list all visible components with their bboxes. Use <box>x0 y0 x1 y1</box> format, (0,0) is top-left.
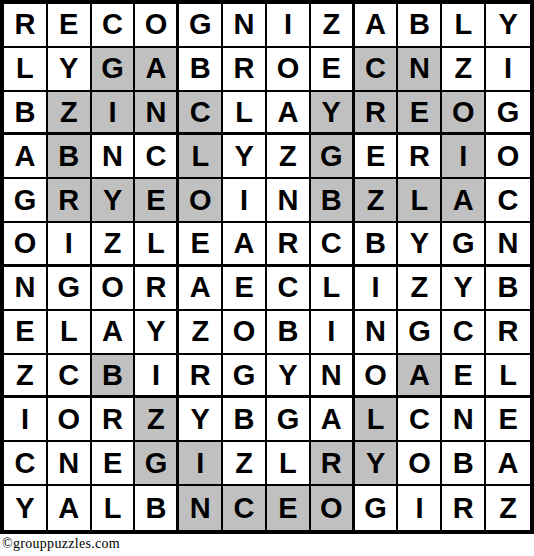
puzzle-page: RECOGNIZABLYLYGABROECNZIBZINCLAYREOGABNC… <box>0 0 534 556</box>
grid-cell: I <box>486 48 530 92</box>
grid-cell: N <box>135 92 179 136</box>
grid-cell: Y <box>355 442 399 486</box>
grid-cell: A <box>486 442 530 486</box>
grid-cell: A <box>223 223 267 267</box>
grid-cell: L <box>486 355 530 399</box>
grid-cell: A <box>48 486 92 530</box>
grid-cell: E <box>179 223 223 267</box>
grid-cell: Z <box>92 223 136 267</box>
grid-cell: Z <box>135 398 179 442</box>
grid-cell: G <box>135 442 179 486</box>
grid-cell: G <box>223 355 267 399</box>
grid-cell: C <box>267 267 311 311</box>
grid-cell: O <box>398 442 442 486</box>
grid-cell: O <box>442 92 486 136</box>
grid-cell: Z <box>355 179 399 223</box>
grid-cell: N <box>442 398 486 442</box>
puzzle-grid: RECOGNIZABLYLYGABROECNZIBZINCLAYREOGABNC… <box>0 0 534 534</box>
copyright: ©grouppuzzles.com <box>2 536 120 552</box>
grid-cell: L <box>267 442 311 486</box>
grid-cell: I <box>355 267 399 311</box>
grid-cell: B <box>398 4 442 48</box>
grid-cell: R <box>267 223 311 267</box>
grid-cell: I <box>179 442 223 486</box>
grid-cell: A <box>267 92 311 136</box>
grid-cell: C <box>135 135 179 179</box>
grid-cell: Y <box>311 92 355 136</box>
grid-cell: Z <box>48 92 92 136</box>
grid-cell: N <box>398 48 442 92</box>
grid-cell: B <box>92 355 136 399</box>
grid-cell: B <box>311 179 355 223</box>
grid-cell: G <box>48 267 92 311</box>
grid-cell: Y <box>398 223 442 267</box>
grid-cell: B <box>223 398 267 442</box>
grid-cell: C <box>223 486 267 530</box>
grid-cell: L <box>398 179 442 223</box>
grid-cell: C <box>48 355 92 399</box>
grid-cell: E <box>48 4 92 48</box>
grid-cell: Y <box>486 4 530 48</box>
grid-cell: A <box>355 4 399 48</box>
grid-cell: E <box>486 398 530 442</box>
grid-cell: O <box>179 179 223 223</box>
grid-cell: Y <box>267 355 311 399</box>
grid-cell: R <box>4 4 48 48</box>
grid-cell: L <box>4 48 48 92</box>
grid-cell: A <box>92 311 136 355</box>
grid-cell: O <box>486 135 530 179</box>
grid-cell: G <box>311 135 355 179</box>
grid-cell: L <box>442 4 486 48</box>
grid-cell: Z <box>486 486 530 530</box>
grid-cell: O <box>355 355 399 399</box>
grid-cell: R <box>48 179 92 223</box>
grid-cell: R <box>442 486 486 530</box>
grid-cell: Y <box>48 48 92 92</box>
grid-cell: Y <box>179 398 223 442</box>
grid-cell: I <box>398 486 442 530</box>
grid-cell: Y <box>442 267 486 311</box>
grid-cell: R <box>486 311 530 355</box>
grid-cell: Z <box>4 355 48 399</box>
grid-cell: L <box>223 92 267 136</box>
grid-cell: E <box>4 311 48 355</box>
grid-cell: A <box>442 179 486 223</box>
grid-cell: O <box>267 48 311 92</box>
grid-cell: G <box>398 311 442 355</box>
grid-cell: G <box>92 48 136 92</box>
grid-cell: B <box>355 223 399 267</box>
grid-cell: N <box>223 4 267 48</box>
grid-cell: B <box>135 486 179 530</box>
grid-cell: C <box>355 48 399 92</box>
grid-cell: Z <box>267 135 311 179</box>
grid-cell: N <box>486 223 530 267</box>
grid-cell: L <box>355 398 399 442</box>
grid-cell: Z <box>179 311 223 355</box>
grid-cell: G <box>486 92 530 136</box>
grid-cell: N <box>311 355 355 399</box>
grid-cell: N <box>179 486 223 530</box>
grid-cell: I <box>223 179 267 223</box>
grid-cell: C <box>398 398 442 442</box>
grid-cell: G <box>355 486 399 530</box>
grid-cell: E <box>92 442 136 486</box>
grid-cell: N <box>48 442 92 486</box>
grid-cell: G <box>179 4 223 48</box>
grid-cell: Y <box>223 135 267 179</box>
grid-cell: E <box>223 267 267 311</box>
grid-cell: I <box>442 135 486 179</box>
grid-cell: R <box>223 48 267 92</box>
grid-cell: R <box>398 135 442 179</box>
grid-cell: B <box>267 311 311 355</box>
grid-cell: A <box>4 135 48 179</box>
grid-cell: L <box>311 267 355 311</box>
grid-cell: G <box>4 179 48 223</box>
grid-cell: E <box>442 355 486 399</box>
grid-cell: Z <box>398 267 442 311</box>
grid-cell: Y <box>135 311 179 355</box>
grid-cell: O <box>92 267 136 311</box>
grid-cell: R <box>179 355 223 399</box>
grid-cell: A <box>311 398 355 442</box>
grid-cell: I <box>267 4 311 48</box>
grid-cell: R <box>135 267 179 311</box>
grid-cell: N <box>92 135 136 179</box>
grid-cell: I <box>311 311 355 355</box>
grid-cell: Y <box>4 486 48 530</box>
grid-cell: C <box>486 179 530 223</box>
grid-cell: B <box>442 442 486 486</box>
grid-cell: N <box>4 267 48 311</box>
grid-cell: E <box>135 179 179 223</box>
grid-cell: A <box>398 355 442 399</box>
grid-cell: Z <box>311 4 355 48</box>
grid-cell: O <box>135 4 179 48</box>
grid-cell: I <box>48 223 92 267</box>
grid-cell: E <box>267 486 311 530</box>
grid-cell: C <box>442 311 486 355</box>
grid-cell: O <box>223 311 267 355</box>
grid-cell: R <box>92 398 136 442</box>
grid-cell: O <box>48 398 92 442</box>
grid-cell: E <box>311 48 355 92</box>
grid-cell: R <box>311 442 355 486</box>
grid-cell: C <box>4 442 48 486</box>
grid-cell: Z <box>442 48 486 92</box>
grid-cell: C <box>311 223 355 267</box>
grid-cell: L <box>179 135 223 179</box>
grid-cell: C <box>92 4 136 48</box>
grid-cell: I <box>135 355 179 399</box>
grid-cell: L <box>135 223 179 267</box>
grid-cell: A <box>179 267 223 311</box>
grid-cell: L <box>48 311 92 355</box>
grid-cell: B <box>486 267 530 311</box>
grid-cell: Y <box>92 179 136 223</box>
grid-cell: I <box>4 398 48 442</box>
grid-cell: O <box>4 223 48 267</box>
grid-cell: A <box>135 48 179 92</box>
grid-cell: E <box>398 92 442 136</box>
grid-cell: O <box>311 486 355 530</box>
grid-cell: B <box>48 135 92 179</box>
grid-cell: B <box>179 48 223 92</box>
grid-cell: E <box>355 135 399 179</box>
grid-cell: Z <box>223 442 267 486</box>
grid-cell: C <box>179 92 223 136</box>
grid-cell: G <box>442 223 486 267</box>
grid-cell: G <box>267 398 311 442</box>
grid-cell: B <box>4 92 48 136</box>
grid-cell: N <box>267 179 311 223</box>
grid-cell: L <box>92 486 136 530</box>
grid-cell: N <box>355 311 399 355</box>
grid-cell: R <box>355 92 399 136</box>
grid-cell: I <box>92 92 136 136</box>
